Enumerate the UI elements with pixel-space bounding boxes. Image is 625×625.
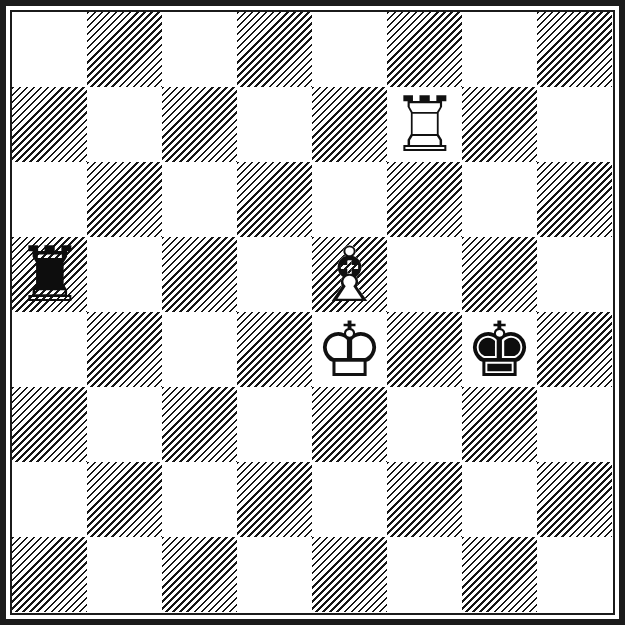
piece-white-king[interactable]: ♚♔ — [312, 312, 387, 387]
square-a7[interactable] — [12, 87, 87, 162]
square-d1[interactable] — [237, 537, 312, 612]
square-f6[interactable] — [387, 162, 462, 237]
square-c7[interactable] — [162, 87, 237, 162]
square-g2[interactable] — [462, 462, 537, 537]
square-a1[interactable] — [12, 537, 87, 612]
square-g5[interactable] — [462, 237, 537, 312]
square-h2[interactable] — [537, 462, 612, 537]
square-a2[interactable] — [12, 462, 87, 537]
square-c4[interactable] — [162, 312, 237, 387]
chess-board: ♜♖♜♝♗♚♔♚ — [12, 12, 612, 612]
square-a3[interactable] — [12, 387, 87, 462]
square-d6[interactable] — [237, 162, 312, 237]
square-a8[interactable] — [12, 12, 87, 87]
square-d5[interactable] — [237, 237, 312, 312]
square-c2[interactable] — [162, 462, 237, 537]
chess-diagram-page: ♜♖♜♝♗♚♔♚ — [0, 0, 625, 625]
square-b5[interactable] — [87, 237, 162, 312]
white-bishop-icon: ♗ — [315, 237, 383, 312]
square-b2[interactable] — [87, 462, 162, 537]
square-a6[interactable] — [12, 162, 87, 237]
square-f1[interactable] — [387, 537, 462, 612]
square-f7[interactable]: ♜♖ — [387, 87, 462, 162]
square-h4[interactable] — [537, 312, 612, 387]
square-c6[interactable] — [162, 162, 237, 237]
piece-white-bishop[interactable]: ♝♗ — [312, 237, 387, 312]
board-outer-frame: ♜♖♜♝♗♚♔♚ — [0, 0, 625, 625]
white-rook-icon: ♖ — [390, 87, 458, 162]
white-king-icon: ♔ — [315, 312, 383, 387]
square-h7[interactable] — [537, 87, 612, 162]
piece-white-rook[interactable]: ♜♖ — [387, 87, 462, 162]
square-b3[interactable] — [87, 387, 162, 462]
square-e7[interactable] — [312, 87, 387, 162]
square-c5[interactable] — [162, 237, 237, 312]
square-d2[interactable] — [237, 462, 312, 537]
square-e1[interactable] — [312, 537, 387, 612]
square-e8[interactable] — [312, 12, 387, 87]
square-h1[interactable] — [537, 537, 612, 612]
square-d8[interactable] — [237, 12, 312, 87]
piece-black-king[interactable]: ♚ — [462, 312, 537, 387]
square-b6[interactable] — [87, 162, 162, 237]
square-b4[interactable] — [87, 312, 162, 387]
square-c8[interactable] — [162, 12, 237, 87]
square-h8[interactable] — [537, 12, 612, 87]
square-a5[interactable]: ♜ — [12, 237, 87, 312]
square-g3[interactable] — [462, 387, 537, 462]
board-inner-frame: ♜♖♜♝♗♚♔♚ — [10, 10, 615, 615]
square-f8[interactable] — [387, 12, 462, 87]
piece-black-rook[interactable]: ♜ — [12, 237, 87, 312]
square-e4[interactable]: ♚♔ — [312, 312, 387, 387]
square-g6[interactable] — [462, 162, 537, 237]
square-h3[interactable] — [537, 387, 612, 462]
square-e5[interactable]: ♝♗ — [312, 237, 387, 312]
square-b7[interactable] — [87, 87, 162, 162]
square-h5[interactable] — [537, 237, 612, 312]
square-a4[interactable] — [12, 312, 87, 387]
square-d4[interactable] — [237, 312, 312, 387]
square-d7[interactable] — [237, 87, 312, 162]
square-g7[interactable] — [462, 87, 537, 162]
square-e6[interactable] — [312, 162, 387, 237]
square-c1[interactable] — [162, 537, 237, 612]
square-b1[interactable] — [87, 537, 162, 612]
square-b8[interactable] — [87, 12, 162, 87]
square-f4[interactable] — [387, 312, 462, 387]
square-f2[interactable] — [387, 462, 462, 537]
square-c3[interactable] — [162, 387, 237, 462]
black-king-icon: ♚ — [465, 312, 533, 387]
square-g1[interactable] — [462, 537, 537, 612]
square-d3[interactable] — [237, 387, 312, 462]
black-rook-icon: ♜ — [15, 237, 83, 312]
square-f5[interactable] — [387, 237, 462, 312]
square-h6[interactable] — [537, 162, 612, 237]
square-e2[interactable] — [312, 462, 387, 537]
square-g8[interactable] — [462, 12, 537, 87]
square-g4[interactable]: ♚ — [462, 312, 537, 387]
square-f3[interactable] — [387, 387, 462, 462]
square-e3[interactable] — [312, 387, 387, 462]
